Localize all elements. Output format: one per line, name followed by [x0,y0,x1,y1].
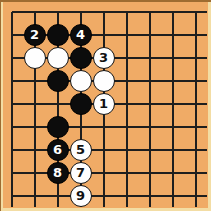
intersection-6-1[interactable] [115,0,138,23]
intersection-5-4[interactable] [92,69,115,92]
intersection-7-2[interactable] [138,23,161,46]
intersection-4-1[interactable] [69,0,92,23]
intersection-5-2[interactable] [92,23,115,46]
black-stone [70,93,92,115]
white-stone [47,47,69,69]
intersection-6-8[interactable] [115,161,138,184]
intersection-4-6[interactable] [69,115,92,138]
intersection-7-8[interactable] [138,161,161,184]
intersection-5-1[interactable] [92,0,115,23]
intersection-3-4[interactable] [46,69,69,92]
intersection-1-9[interactable] [0,184,23,207]
intersection-5-6[interactable] [92,115,115,138]
intersection-7-5[interactable] [138,92,161,115]
intersection-4-3[interactable] [69,46,92,69]
intersection-1-5[interactable] [0,92,23,115]
intersection-2-6[interactable] [23,115,46,138]
black-stone-move-8: 8 [47,162,69,184]
intersection-3-6[interactable] [46,115,69,138]
intersection-3-5[interactable] [46,92,69,115]
white-stone [24,47,46,69]
intersection-7-6[interactable] [138,115,161,138]
intersection-1-3[interactable] [0,46,23,69]
intersection-5-8[interactable] [92,161,115,184]
white-stone-move-1: 1 [93,93,115,115]
go-diagram: 243165879 [0,0,211,211]
intersection-7-7[interactable] [138,138,161,161]
move-number-label: 7 [76,166,85,179]
intersection-9-6[interactable] [184,115,207,138]
intersection-9-9[interactable] [184,184,207,207]
intersection-3-7[interactable]: 6 [46,138,69,161]
intersection-2-5[interactable] [23,92,46,115]
black-stone-move-2: 2 [24,24,46,46]
black-stone [47,116,69,138]
black-stone [47,24,69,46]
intersection-6-2[interactable] [115,23,138,46]
intersection-9-7[interactable] [184,138,207,161]
intersection-9-2[interactable] [184,23,207,46]
white-stone-move-3: 3 [93,47,115,69]
intersection-4-8[interactable]: 7 [69,161,92,184]
move-number-label: 8 [53,166,62,179]
intersection-1-1[interactable] [0,0,23,23]
white-stone-move-5: 5 [70,139,92,161]
intersection-2-1[interactable] [23,0,46,23]
intersection-7-1[interactable] [138,0,161,23]
intersection-9-4[interactable] [184,69,207,92]
intersection-6-5[interactable] [115,92,138,115]
intersection-7-4[interactable] [138,69,161,92]
intersection-8-8[interactable] [161,161,184,184]
intersection-2-8[interactable] [23,161,46,184]
intersection-8-4[interactable] [161,69,184,92]
intersection-4-9[interactable]: 9 [69,184,92,207]
intersection-5-5[interactable]: 1 [92,92,115,115]
intersection-9-1[interactable] [184,0,207,23]
white-stone [70,70,92,92]
intersection-4-5[interactable] [69,92,92,115]
intersection-6-3[interactable] [115,46,138,69]
intersection-9-3[interactable] [184,46,207,69]
intersection-3-9[interactable] [46,184,69,207]
move-number-label: 9 [76,189,85,202]
intersection-8-7[interactable] [161,138,184,161]
white-stone-move-7: 7 [70,162,92,184]
white-stone-move-9: 9 [70,185,92,207]
intersection-4-4[interactable] [69,69,92,92]
intersection-5-3[interactable]: 3 [92,46,115,69]
intersection-8-9[interactable] [161,184,184,207]
black-stone-move-4: 4 [70,24,92,46]
intersection-5-9[interactable] [92,184,115,207]
black-stone [70,47,92,69]
intersection-2-7[interactable] [23,138,46,161]
intersection-9-5[interactable] [184,92,207,115]
intersection-3-3[interactable] [46,46,69,69]
move-number-label: 3 [99,51,108,64]
intersection-2-4[interactable] [23,69,46,92]
intersection-3-8[interactable]: 8 [46,161,69,184]
move-number-label: 1 [99,97,108,110]
black-stone [47,70,69,92]
intersection-8-5[interactable] [161,92,184,115]
intersection-7-9[interactable] [138,184,161,207]
intersection-8-2[interactable] [161,23,184,46]
intersection-2-2[interactable]: 2 [23,23,46,46]
intersection-6-7[interactable] [115,138,138,161]
intersection-6-4[interactable] [115,69,138,92]
black-stone-move-6: 6 [47,139,69,161]
move-number-label: 4 [76,28,85,41]
intersection-1-7[interactable] [0,138,23,161]
intersection-5-7[interactable] [92,138,115,161]
intersection-1-6[interactable] [0,115,23,138]
white-stone [93,70,115,92]
intersection-7-3[interactable] [138,46,161,69]
move-number-label: 2 [30,28,39,41]
intersection-1-8[interactable] [0,161,23,184]
move-number-label: 6 [53,143,62,156]
intersection-8-6[interactable] [161,115,184,138]
intersection-2-3[interactable] [23,46,46,69]
intersection-8-3[interactable] [161,46,184,69]
move-number-label: 5 [76,143,85,156]
intersection-4-2[interactable]: 4 [69,23,92,46]
intersection-1-2[interactable] [0,23,23,46]
intersection-9-8[interactable] [184,161,207,184]
intersection-3-1[interactable] [46,0,69,23]
intersection-6-6[interactable] [115,115,138,138]
intersection-1-4[interactable] [0,69,23,92]
intersection-4-7[interactable]: 5 [69,138,92,161]
intersection-3-2[interactable] [46,23,69,46]
intersection-2-9[interactable] [23,184,46,207]
go-board: 243165879 [0,0,207,207]
intersection-6-9[interactable] [115,184,138,207]
intersection-8-1[interactable] [161,0,184,23]
